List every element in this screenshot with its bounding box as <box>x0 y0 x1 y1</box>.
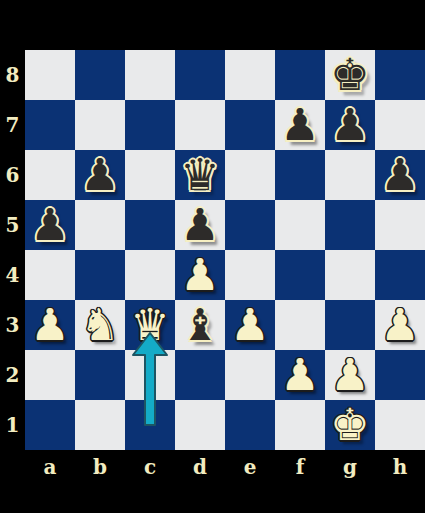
square-c7[interactable] <box>125 100 175 150</box>
black-pawn-b6[interactable]: ♟ <box>80 150 119 200</box>
file-label-e: e <box>225 450 275 513</box>
white-pawn-f2[interactable]: ♟ <box>280 350 319 400</box>
square-d7[interactable] <box>175 100 225 150</box>
white-king-g1[interactable]: ♚ <box>330 400 369 450</box>
square-g4[interactable] <box>325 250 375 300</box>
black-bishop-d3[interactable]: ♝ <box>180 300 219 350</box>
white-pawn-g2[interactable]: ♟ <box>330 350 369 400</box>
square-a3[interactable]: ♟ <box>25 300 75 350</box>
square-f1[interactable] <box>275 400 325 450</box>
square-b8[interactable] <box>75 50 125 100</box>
square-f3[interactable] <box>275 300 325 350</box>
square-c2[interactable] <box>125 350 175 400</box>
square-e2[interactable] <box>225 350 275 400</box>
square-h5[interactable] <box>375 200 425 250</box>
square-f4[interactable] <box>275 250 325 300</box>
white-pawn-d4[interactable]: ♟ <box>180 250 219 300</box>
black-queen-d6[interactable]: ♛ <box>180 150 219 200</box>
white-queen-c3[interactable]: ♛ <box>130 300 169 350</box>
rank-label-2: 2 <box>0 350 25 400</box>
file-label-b: b <box>75 450 125 513</box>
file-label-g: g <box>325 450 375 513</box>
square-e8[interactable] <box>225 50 275 100</box>
rank-label-7: 7 <box>0 100 25 150</box>
square-a1[interactable] <box>25 400 75 450</box>
square-a8[interactable] <box>25 50 75 100</box>
black-pawn-f7[interactable]: ♟ <box>280 100 319 150</box>
square-c5[interactable] <box>125 200 175 250</box>
square-c3[interactable]: ♛ <box>125 300 175 350</box>
rank-label-3: 3 <box>0 300 25 350</box>
square-f5[interactable] <box>275 200 325 250</box>
black-pawn-g7[interactable]: ♟ <box>330 100 369 150</box>
rank-label-8: 8 <box>0 50 25 100</box>
rank-label-5: 5 <box>0 200 25 250</box>
square-d1[interactable] <box>175 400 225 450</box>
square-e6[interactable] <box>225 150 275 200</box>
square-f7[interactable]: ♟ <box>275 100 325 150</box>
white-knight-b3[interactable]: ♞ <box>80 300 119 350</box>
square-h1[interactable] <box>375 400 425 450</box>
square-c8[interactable] <box>125 50 175 100</box>
square-g8[interactable]: ♚ <box>325 50 375 100</box>
square-a7[interactable] <box>25 100 75 150</box>
square-g6[interactable] <box>325 150 375 200</box>
file-label-h: h <box>375 450 425 513</box>
square-b2[interactable] <box>75 350 125 400</box>
square-b7[interactable] <box>75 100 125 150</box>
square-h2[interactable] <box>375 350 425 400</box>
square-c6[interactable] <box>125 150 175 200</box>
black-pawn-d5[interactable]: ♟ <box>180 200 219 250</box>
square-d6[interactable]: ♛ <box>175 150 225 200</box>
square-a4[interactable] <box>25 250 75 300</box>
square-d5[interactable]: ♟ <box>175 200 225 250</box>
square-h3[interactable]: ♟ <box>375 300 425 350</box>
square-h4[interactable] <box>375 250 425 300</box>
rank-label-4: 4 <box>0 250 25 300</box>
square-b1[interactable] <box>75 400 125 450</box>
square-c4[interactable] <box>125 250 175 300</box>
square-e1[interactable] <box>225 400 275 450</box>
chess-position-screenshot: 87654321 ♚♟♟♟♛♟♟♟♟♟♞♛♝♟♟♟♟♚ abcdefgh <box>0 0 425 513</box>
square-f2[interactable]: ♟ <box>275 350 325 400</box>
file-label-a: a <box>25 450 75 513</box>
square-e5[interactable] <box>225 200 275 250</box>
square-f6[interactable] <box>275 150 325 200</box>
square-a6[interactable] <box>25 150 75 200</box>
chess-board: ♚♟♟♟♛♟♟♟♟♟♞♛♝♟♟♟♟♚ <box>25 50 425 450</box>
rank-labels: 87654321 <box>0 50 25 450</box>
square-d8[interactable] <box>175 50 225 100</box>
rank-label-1: 1 <box>0 400 25 450</box>
file-label-f: f <box>275 450 325 513</box>
square-e3[interactable]: ♟ <box>225 300 275 350</box>
square-g1[interactable]: ♚ <box>325 400 375 450</box>
square-d4[interactable]: ♟ <box>175 250 225 300</box>
black-king-g8[interactable]: ♚ <box>330 50 369 100</box>
square-b4[interactable] <box>75 250 125 300</box>
white-pawn-h3[interactable]: ♟ <box>380 300 419 350</box>
black-pawn-a5[interactable]: ♟ <box>30 200 69 250</box>
square-h6[interactable]: ♟ <box>375 150 425 200</box>
square-h8[interactable] <box>375 50 425 100</box>
square-f8[interactable] <box>275 50 325 100</box>
square-e7[interactable] <box>225 100 275 150</box>
square-h7[interactable] <box>375 100 425 150</box>
square-d3[interactable]: ♝ <box>175 300 225 350</box>
square-a5[interactable]: ♟ <box>25 200 75 250</box>
square-g2[interactable]: ♟ <box>325 350 375 400</box>
black-pawn-h6[interactable]: ♟ <box>380 150 419 200</box>
square-b6[interactable]: ♟ <box>75 150 125 200</box>
square-g3[interactable] <box>325 300 375 350</box>
file-label-c: c <box>125 450 175 513</box>
square-a2[interactable] <box>25 350 75 400</box>
white-pawn-a3[interactable]: ♟ <box>30 300 69 350</box>
file-labels: abcdefgh <box>25 450 425 513</box>
square-b3[interactable]: ♞ <box>75 300 125 350</box>
square-c1[interactable] <box>125 400 175 450</box>
square-g7[interactable]: ♟ <box>325 100 375 150</box>
square-e4[interactable] <box>225 250 275 300</box>
file-label-d: d <box>175 450 225 513</box>
white-pawn-e3[interactable]: ♟ <box>230 300 269 350</box>
rank-label-6: 6 <box>0 150 25 200</box>
square-d2[interactable] <box>175 350 225 400</box>
square-b5[interactable] <box>75 200 125 250</box>
square-g5[interactable] <box>325 200 375 250</box>
